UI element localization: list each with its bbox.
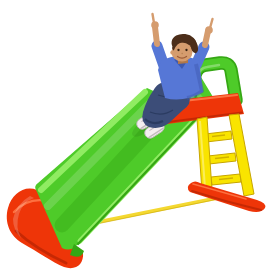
nose <box>181 53 183 55</box>
left-eye <box>177 49 179 51</box>
right-index-finger <box>210 19 213 28</box>
left-forearm <box>155 27 157 44</box>
ladder <box>197 114 254 196</box>
ear <box>170 50 174 54</box>
left-index-finger <box>153 14 155 23</box>
ladder-foot <box>188 182 266 213</box>
product-photo <box>0 0 280 280</box>
slide-product-illustration <box>0 0 280 280</box>
right-eye <box>185 49 187 51</box>
